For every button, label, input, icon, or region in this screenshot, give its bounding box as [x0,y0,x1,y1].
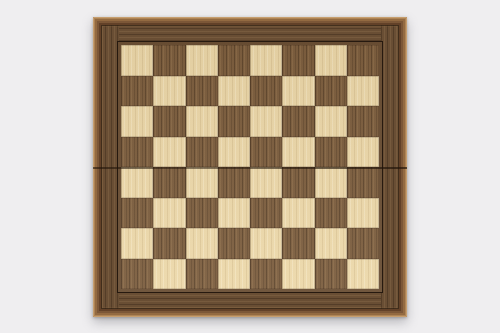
square-f5[interactable] [282,137,314,168]
square-d3[interactable] [218,198,250,229]
square-g3[interactable] [315,198,347,229]
square-a5[interactable] [121,137,153,168]
square-h1[interactable] [347,259,379,290]
square-e8[interactable] [250,45,282,76]
square-c8[interactable] [186,45,218,76]
square-e2[interactable] [250,228,282,259]
square-a7[interactable] [121,76,153,107]
square-c4[interactable] [186,167,218,198]
fold-seam [93,167,407,169]
square-a8[interactable] [121,45,153,76]
square-f2[interactable] [282,228,314,259]
square-e6[interactable] [250,106,282,137]
square-e1[interactable] [250,259,282,290]
square-d1[interactable] [218,259,250,290]
square-h3[interactable] [347,198,379,229]
square-f4[interactable] [282,167,314,198]
square-b6[interactable] [153,106,185,137]
square-c2[interactable] [186,228,218,259]
square-a3[interactable] [121,198,153,229]
chess-board [93,17,407,317]
square-e4[interactable] [250,167,282,198]
square-d7[interactable] [218,76,250,107]
square-b8[interactable] [153,45,185,76]
square-f3[interactable] [282,198,314,229]
square-h7[interactable] [347,76,379,107]
square-d5[interactable] [218,137,250,168]
square-h4[interactable] [347,167,379,198]
square-b7[interactable] [153,76,185,107]
square-a2[interactable] [121,228,153,259]
square-g7[interactable] [315,76,347,107]
square-a6[interactable] [121,106,153,137]
square-g1[interactable] [315,259,347,290]
square-h2[interactable] [347,228,379,259]
square-c7[interactable] [186,76,218,107]
square-b2[interactable] [153,228,185,259]
square-b4[interactable] [153,167,185,198]
square-d8[interactable] [218,45,250,76]
square-f6[interactable] [282,106,314,137]
square-h5[interactable] [347,137,379,168]
square-g8[interactable] [315,45,347,76]
square-g6[interactable] [315,106,347,137]
square-b5[interactable] [153,137,185,168]
square-c6[interactable] [186,106,218,137]
square-c5[interactable] [186,137,218,168]
square-a1[interactable] [121,259,153,290]
square-a4[interactable] [121,167,153,198]
square-e5[interactable] [250,137,282,168]
square-c3[interactable] [186,198,218,229]
square-b1[interactable] [153,259,185,290]
square-f8[interactable] [282,45,314,76]
square-b3[interactable] [153,198,185,229]
square-g2[interactable] [315,228,347,259]
square-g5[interactable] [315,137,347,168]
product-photo-background [0,0,500,333]
square-d4[interactable] [218,167,250,198]
square-e3[interactable] [250,198,282,229]
square-g4[interactable] [315,167,347,198]
square-h6[interactable] [347,106,379,137]
square-d2[interactable] [218,228,250,259]
square-d6[interactable] [218,106,250,137]
square-c1[interactable] [186,259,218,290]
square-f7[interactable] [282,76,314,107]
square-h8[interactable] [347,45,379,76]
square-e7[interactable] [250,76,282,107]
square-f1[interactable] [282,259,314,290]
